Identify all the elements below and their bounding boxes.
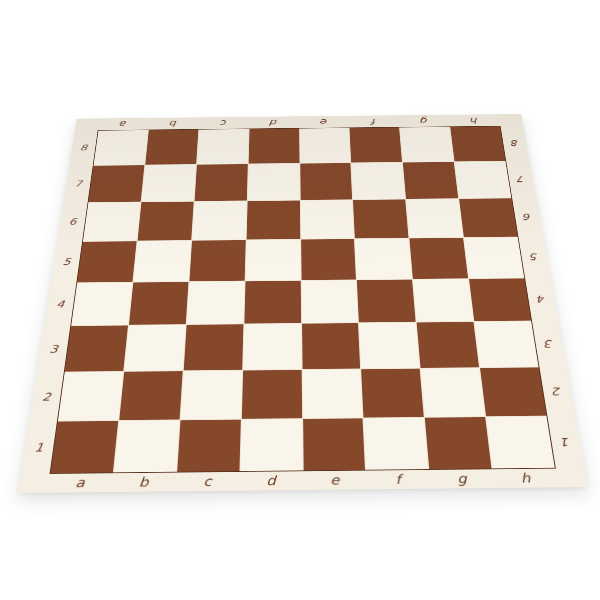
square-d7[interactable]	[247, 164, 299, 201]
square-c4[interactable]	[186, 281, 244, 324]
square-e7[interactable]	[300, 163, 353, 200]
file-label-top-d: d	[249, 116, 299, 128]
square-a7[interactable]	[88, 165, 144, 202]
square-f4[interactable]	[357, 279, 416, 322]
square-h4[interactable]	[469, 278, 531, 321]
chessboard-mat: abcdefgh 87654321 87654321 abcdefgh	[18, 114, 588, 493]
square-b8[interactable]	[145, 130, 198, 165]
square-h8[interactable]	[450, 126, 505, 161]
square-b2[interactable]	[119, 371, 182, 420]
square-c2[interactable]	[180, 371, 242, 420]
square-e4[interactable]	[301, 280, 358, 323]
rank-label-right-4: 4	[525, 277, 558, 321]
square-g7[interactable]	[403, 162, 458, 199]
chessboard-grid	[50, 126, 556, 474]
square-a8[interactable]	[94, 130, 148, 165]
square-d6[interactable]	[246, 200, 300, 239]
square-f6[interactable]	[353, 199, 408, 238]
file-label-bottom-f: f	[366, 470, 431, 489]
square-f3[interactable]	[359, 323, 420, 369]
square-g1[interactable]	[425, 417, 492, 469]
square-a1[interactable]	[51, 421, 118, 473]
square-e6[interactable]	[300, 200, 354, 239]
file-label-top-c: c	[198, 117, 249, 129]
square-c3[interactable]	[183, 325, 243, 371]
square-g5[interactable]	[410, 238, 469, 279]
square-d4[interactable]	[244, 280, 301, 323]
square-e1[interactable]	[303, 418, 366, 470]
square-f2[interactable]	[361, 369, 424, 418]
rank-label-right-8: 8	[501, 126, 530, 161]
rank-label-right-7: 7	[506, 161, 536, 198]
square-a6[interactable]	[83, 202, 140, 241]
square-b7[interactable]	[141, 165, 195, 202]
file-label-top-h: h	[449, 114, 501, 126]
square-h5[interactable]	[464, 237, 524, 278]
square-f8[interactable]	[350, 127, 402, 162]
square-f5[interactable]	[355, 238, 412, 279]
file-label-bottom-g: g	[429, 469, 495, 488]
square-c7[interactable]	[194, 164, 247, 201]
square-e2[interactable]	[302, 369, 363, 418]
file-label-bottom-a: a	[47, 473, 113, 492]
square-h7[interactable]	[455, 161, 512, 198]
file-label-top-b: b	[148, 117, 199, 129]
rank-label-right-5: 5	[518, 236, 550, 277]
file-label-top-f: f	[349, 115, 400, 127]
square-a2[interactable]	[58, 372, 123, 421]
square-f1[interactable]	[364, 418, 429, 470]
square-e3[interactable]	[302, 323, 361, 369]
file-label-bottom-b: b	[111, 473, 176, 492]
square-d3[interactable]	[243, 324, 301, 370]
square-h3[interactable]	[474, 322, 538, 368]
square-d5[interactable]	[245, 239, 300, 280]
square-d8[interactable]	[248, 129, 299, 164]
square-g2[interactable]	[421, 368, 485, 417]
square-b1[interactable]	[114, 420, 179, 472]
square-e5[interactable]	[301, 239, 357, 280]
file-labels-bottom: abcdefgh	[47, 469, 559, 493]
square-h2[interactable]	[480, 368, 546, 417]
square-b5[interactable]	[133, 240, 191, 281]
square-g6[interactable]	[406, 199, 463, 238]
square-a5[interactable]	[77, 241, 136, 282]
square-e8[interactable]	[300, 128, 351, 163]
square-b4[interactable]	[129, 282, 188, 325]
rank-label-right-6: 6	[512, 197, 543, 236]
file-label-bottom-d: d	[239, 471, 303, 490]
square-f7[interactable]	[351, 162, 405, 199]
square-c8[interactable]	[197, 129, 249, 164]
square-h6[interactable]	[459, 198, 517, 237]
file-label-bottom-h: h	[493, 469, 559, 488]
square-d2[interactable]	[241, 370, 301, 419]
file-label-bottom-e: e	[303, 471, 367, 490]
square-b6[interactable]	[137, 202, 193, 241]
square-b3[interactable]	[124, 325, 185, 371]
square-c1[interactable]	[177, 420, 241, 472]
square-d1[interactable]	[240, 419, 302, 471]
square-h1[interactable]	[486, 417, 554, 469]
square-g3[interactable]	[417, 322, 479, 368]
file-label-top-g: g	[399, 115, 450, 127]
square-g8[interactable]	[400, 127, 454, 162]
file-label-top-e: e	[299, 116, 349, 128]
file-label-bottom-c: c	[175, 472, 240, 491]
square-a4[interactable]	[71, 282, 132, 325]
file-label-top-a: a	[98, 118, 150, 130]
square-g4[interactable]	[413, 279, 473, 322]
square-c6[interactable]	[192, 201, 247, 240]
board-scene: abcdefgh 87654321 87654321 abcdefgh	[12, 0, 588, 493]
square-c5[interactable]	[189, 240, 245, 281]
square-a3[interactable]	[65, 326, 128, 372]
